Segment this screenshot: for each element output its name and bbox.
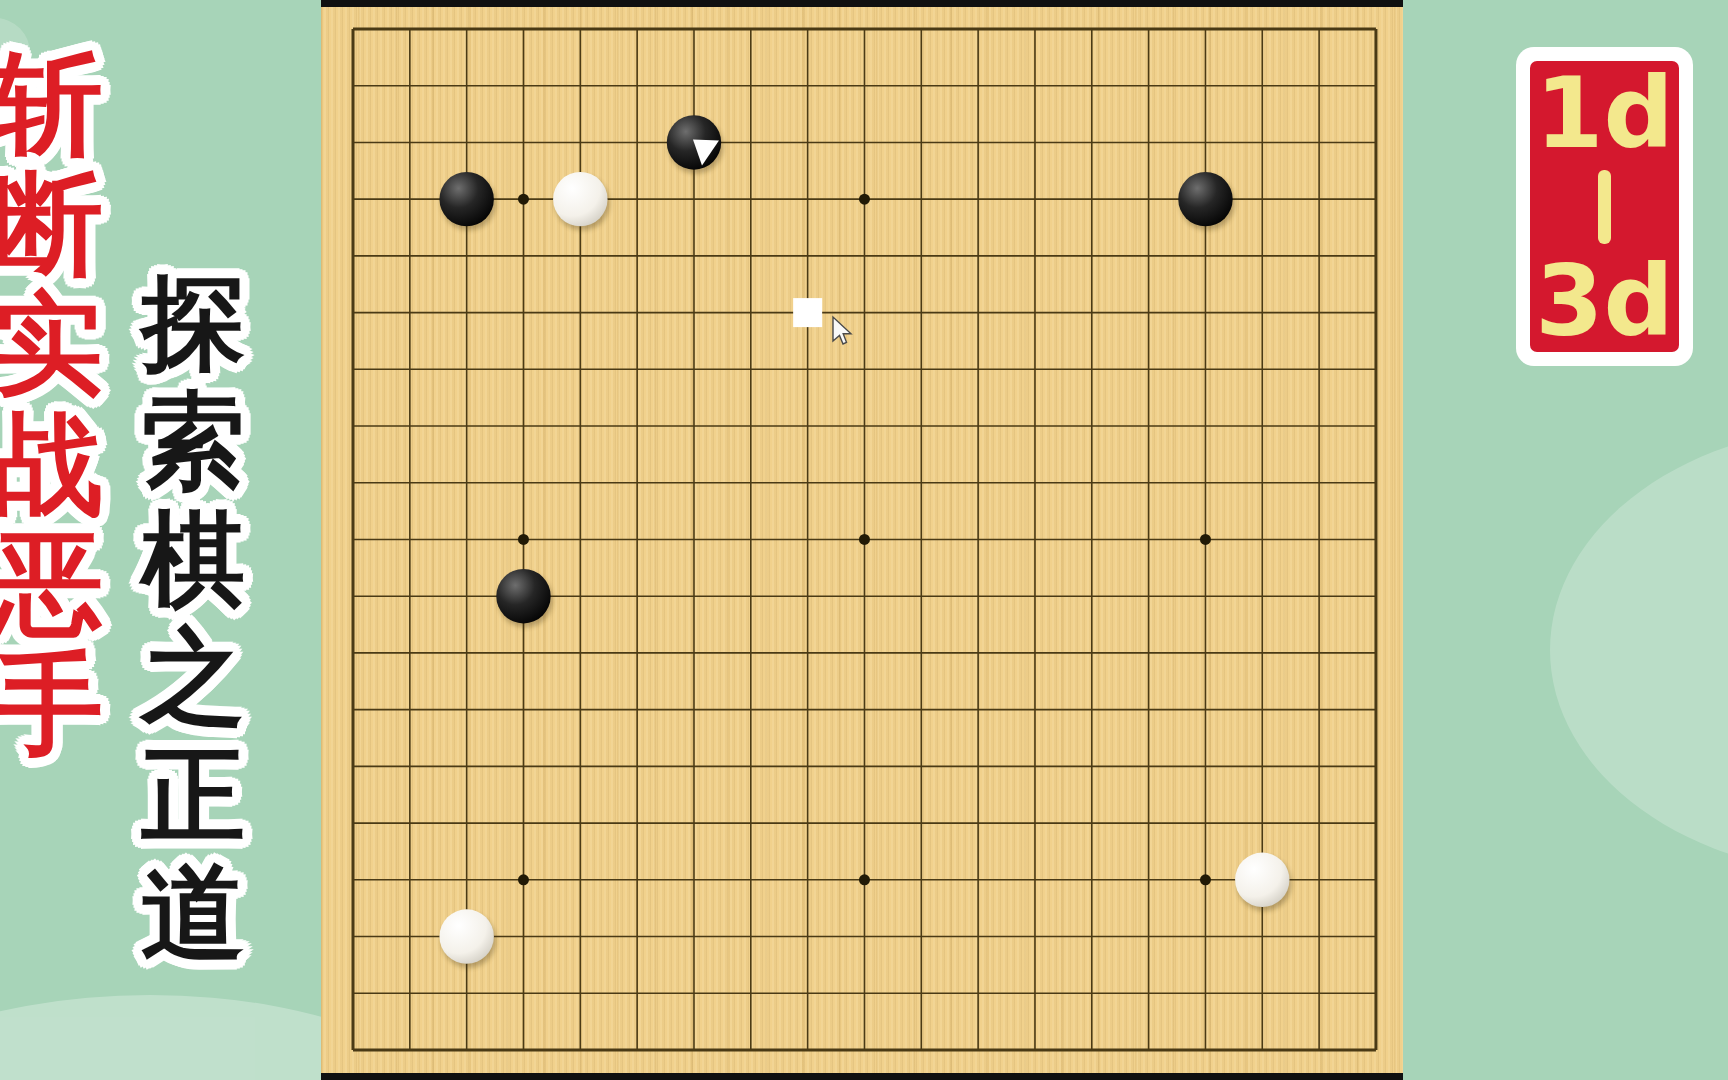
star-point xyxy=(518,874,529,885)
white-stone xyxy=(439,909,493,963)
banner-char: 恶 xyxy=(0,524,103,644)
banner-char: 棋 xyxy=(141,500,245,618)
video-frame: 斩断实战恶手 探索棋之正道 1d 3d xyxy=(0,0,1728,1080)
black-stone xyxy=(496,569,550,623)
banner-char: 探 xyxy=(141,264,245,382)
black-stone xyxy=(439,172,493,226)
star-point xyxy=(518,534,529,545)
rank-separator-bar xyxy=(1598,170,1611,244)
black-stone xyxy=(1178,172,1232,226)
go-board-grid[interactable] xyxy=(321,0,1403,1080)
banner-char: 断 xyxy=(0,164,103,284)
star-point xyxy=(518,194,529,205)
banner-char: 斩 xyxy=(0,44,103,164)
white-stone xyxy=(1235,853,1289,907)
rank-top-label: 1d xyxy=(1535,64,1673,162)
banner-char: 手 xyxy=(0,644,103,764)
banner-text-red: 斩断实战恶手 xyxy=(0,44,114,764)
banner-char: 正 xyxy=(141,736,245,854)
banner-char: 道 xyxy=(141,854,245,972)
rank-badge: 1d 3d xyxy=(1516,47,1693,366)
rank-bottom-label: 3d xyxy=(1535,252,1673,350)
banner-char: 战 xyxy=(0,404,103,524)
star-point xyxy=(859,534,870,545)
banner-char: 之 xyxy=(141,618,245,736)
banner-text-black: 探索棋之正道 xyxy=(126,264,260,972)
banner-char: 实 xyxy=(0,284,103,404)
star-point xyxy=(1200,874,1211,885)
star-point xyxy=(1200,534,1211,545)
white-stone xyxy=(553,172,607,226)
banner-char: 索 xyxy=(141,382,245,500)
star-point xyxy=(859,874,870,885)
go-board[interactable] xyxy=(321,0,1403,1080)
background-circle-decoration xyxy=(1550,425,1728,875)
square-marker xyxy=(793,298,822,327)
mouse-cursor-icon xyxy=(833,317,851,344)
star-point xyxy=(859,194,870,205)
rank-badge-inner: 1d 3d xyxy=(1530,61,1679,352)
